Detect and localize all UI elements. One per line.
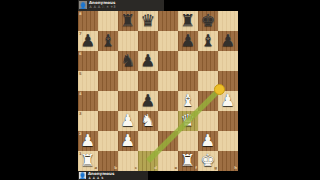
square-g6[interactable]: [198, 51, 218, 71]
file-label-h: h: [234, 166, 237, 170]
square-e5[interactable]: [158, 71, 178, 91]
square-g8[interactable]: ♚: [198, 11, 218, 31]
app-screen: 👤 Anonymous ♙ ♙ ♙ ♘ ♗ +3 8♜♛♜♚7♟♝♟♝♟6♞♟5…: [0, 0, 320, 180]
white-pawn-g2[interactable]: ♟: [198, 131, 218, 151]
square-d6[interactable]: ♟: [138, 51, 158, 71]
white-pawn-c2[interactable]: ♟: [118, 131, 138, 151]
white-knight-d3[interactable]: ♞: [138, 111, 158, 131]
square-c2[interactable]: ♟: [118, 131, 138, 151]
square-b7[interactable]: ♝: [98, 31, 118, 51]
white-pawn-c3[interactable]: ♟: [118, 111, 138, 131]
square-h6[interactable]: [218, 51, 238, 71]
square-g5[interactable]: [198, 71, 218, 91]
square-h4[interactable]: ♟: [218, 91, 238, 111]
black-king-g8[interactable]: ♚: [198, 11, 218, 31]
file-label-d: d: [154, 166, 157, 170]
square-g1[interactable]: g♚: [198, 151, 218, 171]
square-c5[interactable]: [118, 71, 138, 91]
square-e6[interactable]: [158, 51, 178, 71]
bottom-player-bar: 👤 Anonymous ♟ ♟ ♟ ♞: [78, 171, 148, 180]
black-knight-c6[interactable]: ♞: [118, 51, 138, 71]
square-g4[interactable]: [198, 91, 218, 111]
square-e4[interactable]: [158, 91, 178, 111]
square-b6[interactable]: [98, 51, 118, 71]
square-d2[interactable]: [138, 131, 158, 151]
square-e8[interactable]: [158, 11, 178, 31]
white-pawn-a2[interactable]: ♟: [78, 131, 98, 151]
square-h5[interactable]: [218, 71, 238, 91]
square-c8[interactable]: ♜: [118, 11, 138, 31]
square-a3[interactable]: 3: [78, 111, 98, 131]
white-king-g1[interactable]: ♚: [198, 151, 218, 171]
square-g3[interactable]: [198, 111, 218, 131]
square-h7[interactable]: ♟: [218, 31, 238, 51]
square-a7[interactable]: 7♟: [78, 31, 98, 51]
top-player-bar: 👤 Anonymous ♙ ♙ ♙ ♘ ♗ +3: [78, 0, 164, 11]
file-label-c: c: [135, 166, 137, 170]
white-bishop-f4[interactable]: ♝: [178, 91, 198, 111]
black-pawn-a7[interactable]: ♟: [78, 31, 98, 51]
rank-label-8: 8: [79, 12, 82, 16]
square-h8[interactable]: [218, 11, 238, 31]
square-a8[interactable]: 8: [78, 11, 98, 31]
rank-label-6: 6: [79, 52, 82, 56]
square-e2[interactable]: [158, 131, 178, 151]
square-b4[interactable]: [98, 91, 118, 111]
square-b2[interactable]: [98, 131, 118, 151]
square-e1[interactable]: e: [158, 151, 178, 171]
square-a1[interactable]: 1a♜: [78, 151, 98, 171]
black-rook-c8[interactable]: ♜: [118, 11, 138, 31]
square-c3[interactable]: ♟: [118, 111, 138, 131]
square-h1[interactable]: h: [218, 151, 238, 171]
white-pawn-h4[interactable]: ♟: [218, 91, 238, 111]
square-g7[interactable]: ♝: [198, 31, 218, 51]
square-f1[interactable]: f♜: [178, 151, 198, 171]
square-d4[interactable]: ♟: [138, 91, 158, 111]
square-c4[interactable]: [118, 91, 138, 111]
square-c7[interactable]: [118, 31, 138, 51]
square-a4[interactable]: 4: [78, 91, 98, 111]
square-e7[interactable]: [158, 31, 178, 51]
square-a5[interactable]: 5: [78, 71, 98, 91]
black-bishop-g7[interactable]: ♝: [198, 31, 218, 51]
square-b3[interactable]: [98, 111, 118, 131]
square-b8[interactable]: [98, 11, 118, 31]
black-pawn-f7[interactable]: ♟: [178, 31, 198, 51]
square-e3[interactable]: [158, 111, 178, 131]
top-player-captured-material: ♙ ♙ ♙ ♘ ♗ +3: [89, 6, 115, 10]
square-d7[interactable]: [138, 31, 158, 51]
square-d8[interactable]: ♛: [138, 11, 158, 31]
square-h2[interactable]: [218, 131, 238, 151]
white-queen-f3[interactable]: ♛: [178, 111, 198, 131]
square-g2[interactable]: ♟: [198, 131, 218, 151]
square-f5[interactable]: [178, 71, 198, 91]
top-player-avatar-icon: 👤: [79, 1, 87, 9]
black-pawn-h7[interactable]: ♟: [218, 31, 238, 51]
file-label-e: e: [174, 166, 177, 170]
square-c6[interactable]: ♞: [118, 51, 138, 71]
square-d3[interactable]: ♞: [138, 111, 158, 131]
chess-board: 8♜♛♜♚7♟♝♟♝♟6♞♟54♟♝♟3♟♞♛2♟♟♟1a♜bcdef♜g♚h: [78, 11, 238, 171]
black-bishop-b7[interactable]: ♝: [98, 31, 118, 51]
square-b1[interactable]: b: [98, 151, 118, 171]
rank-label-3: 3: [79, 112, 82, 116]
square-h3[interactable]: [218, 111, 238, 131]
black-rook-f8[interactable]: ♜: [178, 11, 198, 31]
white-rook-f1[interactable]: ♜: [178, 151, 198, 171]
black-pawn-d4[interactable]: ♟: [138, 91, 158, 111]
rank-label-4: 4: [79, 92, 82, 96]
square-f6[interactable]: [178, 51, 198, 71]
black-queen-d8[interactable]: ♛: [138, 11, 158, 31]
file-label-b: b: [114, 166, 117, 170]
rank-label-5: 5: [79, 72, 82, 76]
square-a6[interactable]: 6: [78, 51, 98, 71]
square-f4[interactable]: ♝: [178, 91, 198, 111]
square-f8[interactable]: ♜: [178, 11, 198, 31]
black-pawn-d6[interactable]: ♟: [138, 51, 158, 71]
bottom-player-avatar-icon: 👤: [79, 172, 86, 179]
square-b5[interactable]: [98, 71, 118, 91]
square-f7[interactable]: ♟: [178, 31, 198, 51]
bottom-player-captured-material: ♟ ♟ ♟ ♞: [88, 177, 114, 180]
square-c1[interactable]: c: [118, 151, 138, 171]
square-a2[interactable]: 2♟: [78, 131, 98, 151]
square-f2[interactable]: [178, 131, 198, 151]
square-d1[interactable]: d: [138, 151, 158, 171]
square-d5[interactable]: [138, 71, 158, 91]
white-rook-a1[interactable]: ♜: [78, 151, 98, 171]
square-f3[interactable]: ♛: [178, 111, 198, 131]
